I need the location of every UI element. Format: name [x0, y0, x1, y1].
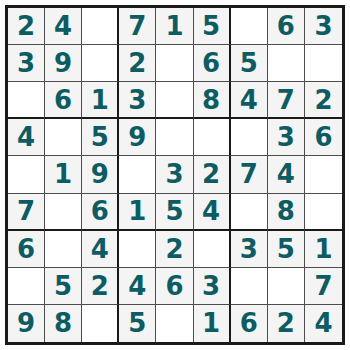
cell-r4c9[interactable]: 6	[305, 119, 342, 156]
cell-r5c3[interactable]: 9	[82, 156, 119, 193]
cell-r3c9[interactable]: 2	[305, 82, 342, 119]
cell-r3c8[interactable]: 7	[268, 82, 305, 119]
cell-r1c8[interactable]: 6	[268, 8, 305, 45]
cell-r8c6[interactable]: 3	[194, 268, 231, 305]
cell-r2c6[interactable]: 6	[194, 45, 231, 82]
cell-r5c4[interactable]	[119, 156, 156, 193]
cell-r9c1[interactable]: 9	[8, 305, 45, 342]
cell-r2c3[interactable]	[82, 45, 119, 82]
cell-r8c7[interactable]	[231, 268, 268, 305]
cell-r3c6[interactable]: 8	[194, 82, 231, 119]
cell-r2c7[interactable]: 5	[231, 45, 268, 82]
cell-r8c9[interactable]: 7	[305, 268, 342, 305]
cell-r4c5[interactable]	[156, 119, 193, 156]
cell-r8c3[interactable]: 2	[82, 268, 119, 305]
cell-r8c1[interactable]	[8, 268, 45, 305]
cell-r3c2[interactable]: 6	[45, 82, 82, 119]
cell-r3c5[interactable]	[156, 82, 193, 119]
cell-r4c7[interactable]	[231, 119, 268, 156]
cell-r6c2[interactable]	[45, 194, 82, 231]
cell-r6c8[interactable]: 8	[268, 194, 305, 231]
cell-r7c7[interactable]: 3	[231, 231, 268, 268]
cell-r2c8[interactable]	[268, 45, 305, 82]
cell-r8c2[interactable]: 5	[45, 268, 82, 305]
cell-r3c1[interactable]	[8, 82, 45, 119]
cell-r3c7[interactable]: 4	[231, 82, 268, 119]
cell-r5c2[interactable]: 1	[45, 156, 82, 193]
sudoku-page: 2471563392656138472459361932747615486423…	[0, 0, 350, 350]
cell-r5c6[interactable]: 2	[194, 156, 231, 193]
cell-r7c6[interactable]	[194, 231, 231, 268]
cell-r3c4[interactable]: 3	[119, 82, 156, 119]
cell-r4c4[interactable]: 9	[119, 119, 156, 156]
cell-r2c2[interactable]: 9	[45, 45, 82, 82]
cell-r8c5[interactable]: 6	[156, 268, 193, 305]
cell-r8c4[interactable]: 4	[119, 268, 156, 305]
cell-r9c9[interactable]: 4	[305, 305, 342, 342]
cell-r1c5[interactable]: 1	[156, 8, 193, 45]
cell-r1c7[interactable]	[231, 8, 268, 45]
cell-r9c4[interactable]: 5	[119, 305, 156, 342]
cell-r9c7[interactable]: 6	[231, 305, 268, 342]
cell-r1c1[interactable]: 2	[8, 8, 45, 45]
cell-r5c9[interactable]	[305, 156, 342, 193]
cell-r1c4[interactable]: 7	[119, 8, 156, 45]
cell-r7c9[interactable]: 1	[305, 231, 342, 268]
cell-r6c6[interactable]: 4	[194, 194, 231, 231]
cell-r7c4[interactable]	[119, 231, 156, 268]
sudoku-board: 2471563392656138472459361932747615486423…	[5, 5, 345, 345]
cell-r7c5[interactable]: 2	[156, 231, 193, 268]
cell-r1c6[interactable]: 5	[194, 8, 231, 45]
cell-r2c9[interactable]	[305, 45, 342, 82]
cell-r9c2[interactable]: 8	[45, 305, 82, 342]
cell-r6c4[interactable]: 1	[119, 194, 156, 231]
cell-r1c3[interactable]	[82, 8, 119, 45]
cell-r1c2[interactable]: 4	[45, 8, 82, 45]
cell-r8c8[interactable]	[268, 268, 305, 305]
cell-r4c6[interactable]	[194, 119, 231, 156]
cell-r7c3[interactable]: 4	[82, 231, 119, 268]
cell-r5c5[interactable]: 3	[156, 156, 193, 193]
cell-r6c9[interactable]	[305, 194, 342, 231]
cell-r1c9[interactable]: 3	[305, 8, 342, 45]
cell-r4c2[interactable]	[45, 119, 82, 156]
cell-r2c5[interactable]	[156, 45, 193, 82]
cell-r4c1[interactable]: 4	[8, 119, 45, 156]
cell-r4c8[interactable]: 3	[268, 119, 305, 156]
cell-r5c7[interactable]: 7	[231, 156, 268, 193]
cell-r6c5[interactable]: 5	[156, 194, 193, 231]
cell-r5c1[interactable]	[8, 156, 45, 193]
cell-r7c8[interactable]: 5	[268, 231, 305, 268]
cell-r6c3[interactable]: 6	[82, 194, 119, 231]
cell-r9c6[interactable]: 1	[194, 305, 231, 342]
cell-r9c5[interactable]	[156, 305, 193, 342]
cell-r4c3[interactable]: 5	[82, 119, 119, 156]
cell-r3c3[interactable]: 1	[82, 82, 119, 119]
cell-r5c8[interactable]: 4	[268, 156, 305, 193]
cell-r6c7[interactable]	[231, 194, 268, 231]
cell-r2c4[interactable]: 2	[119, 45, 156, 82]
cell-r7c1[interactable]: 6	[8, 231, 45, 268]
cell-r6c1[interactable]: 7	[8, 194, 45, 231]
cell-r9c8[interactable]: 2	[268, 305, 305, 342]
cell-r9c3[interactable]	[82, 305, 119, 342]
cell-r7c2[interactable]	[45, 231, 82, 268]
cell-r2c1[interactable]: 3	[8, 45, 45, 82]
